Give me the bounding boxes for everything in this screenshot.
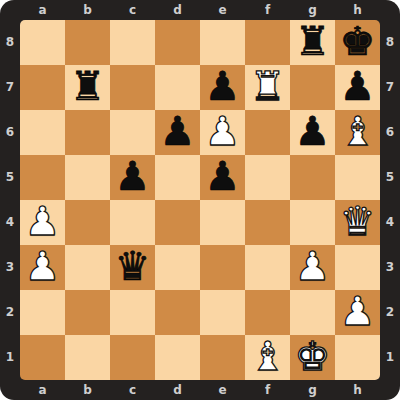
- square-f3[interactable]: [245, 245, 290, 290]
- coordinate-label: 6: [0, 110, 20, 155]
- coordinate-label: d: [155, 380, 200, 400]
- coordinate-label: 1: [380, 335, 400, 380]
- square-f6[interactable]: [245, 110, 290, 155]
- square-d5[interactable]: [155, 155, 200, 200]
- square-h3[interactable]: [335, 245, 380, 290]
- chess-board[interactable]: ♜♚♜♟♜♟♟♟♟♝♟♟♟♛♟♛♟♟♝♚: [20, 20, 380, 380]
- square-g4[interactable]: [290, 200, 335, 245]
- piece-white-pawn[interactable]: ♟: [25, 246, 61, 286]
- square-d2[interactable]: [155, 290, 200, 335]
- square-c1[interactable]: [110, 335, 155, 380]
- square-f5[interactable]: [245, 155, 290, 200]
- square-b8[interactable]: [65, 20, 110, 65]
- square-b5[interactable]: [65, 155, 110, 200]
- piece-white-pawn[interactable]: ♟: [205, 111, 241, 151]
- square-c3[interactable]: ♛: [110, 245, 155, 290]
- coordinate-label: 2: [0, 290, 20, 335]
- coordinate-label: 6: [380, 110, 400, 155]
- square-a8[interactable]: [20, 20, 65, 65]
- square-c6[interactable]: [110, 110, 155, 155]
- square-e1[interactable]: [200, 335, 245, 380]
- square-f1[interactable]: ♝: [245, 335, 290, 380]
- piece-black-pawn[interactable]: ♟: [295, 111, 331, 151]
- square-e8[interactable]: [200, 20, 245, 65]
- square-c5[interactable]: ♟: [110, 155, 155, 200]
- square-d6[interactable]: ♟: [155, 110, 200, 155]
- rank-labels-right: 87654321: [380, 20, 400, 380]
- coordinate-label: g: [290, 0, 335, 20]
- piece-white-bishop[interactable]: ♝: [340, 111, 376, 151]
- coordinate-label: 8: [0, 20, 20, 65]
- square-h2[interactable]: ♟: [335, 290, 380, 335]
- coordinate-label: g: [290, 380, 335, 400]
- coordinate-label: b: [65, 380, 110, 400]
- coordinate-label: 4: [0, 200, 20, 245]
- square-g1[interactable]: ♚: [290, 335, 335, 380]
- square-b3[interactable]: [65, 245, 110, 290]
- file-labels-bottom: abcdefgh: [20, 380, 380, 400]
- piece-white-king[interactable]: ♚: [295, 336, 331, 376]
- square-d7[interactable]: [155, 65, 200, 110]
- square-a2[interactable]: [20, 290, 65, 335]
- coordinate-label: e: [200, 0, 245, 20]
- piece-black-king[interactable]: ♚: [340, 21, 376, 61]
- square-g2[interactable]: [290, 290, 335, 335]
- square-h4[interactable]: ♛: [335, 200, 380, 245]
- square-d8[interactable]: [155, 20, 200, 65]
- coordinate-label: f: [245, 0, 290, 20]
- square-c4[interactable]: [110, 200, 155, 245]
- piece-white-pawn[interactable]: ♟: [340, 291, 376, 331]
- square-c8[interactable]: [110, 20, 155, 65]
- square-b4[interactable]: [65, 200, 110, 245]
- piece-black-pawn[interactable]: ♟: [115, 156, 151, 196]
- coordinate-label: 7: [380, 65, 400, 110]
- square-a1[interactable]: [20, 335, 65, 380]
- square-e2[interactable]: [200, 290, 245, 335]
- piece-black-pawn[interactable]: ♟: [205, 156, 241, 196]
- square-g8[interactable]: ♜: [290, 20, 335, 65]
- square-a4[interactable]: ♟: [20, 200, 65, 245]
- square-g7[interactable]: [290, 65, 335, 110]
- square-e4[interactable]: [200, 200, 245, 245]
- square-a5[interactable]: [20, 155, 65, 200]
- coordinate-label: f: [245, 380, 290, 400]
- square-h6[interactable]: ♝: [335, 110, 380, 155]
- coordinate-label: h: [335, 0, 380, 20]
- square-e5[interactable]: ♟: [200, 155, 245, 200]
- coordinate-label: b: [65, 0, 110, 20]
- square-f2[interactable]: [245, 290, 290, 335]
- square-e7[interactable]: ♟: [200, 65, 245, 110]
- file-labels-top: abcdefgh: [20, 0, 380, 20]
- square-b2[interactable]: [65, 290, 110, 335]
- piece-white-pawn[interactable]: ♟: [25, 201, 61, 241]
- square-h7[interactable]: ♟: [335, 65, 380, 110]
- coordinate-label: h: [335, 380, 380, 400]
- coordinate-label: 1: [0, 335, 20, 380]
- piece-white-bishop[interactable]: ♝: [250, 336, 286, 376]
- coordinate-label: 3: [380, 245, 400, 290]
- rank-labels-left: 87654321: [0, 20, 20, 380]
- coordinate-label: 5: [380, 155, 400, 200]
- piece-white-rook[interactable]: ♜: [250, 66, 286, 106]
- coordinate-label: c: [110, 380, 155, 400]
- chess-board-frame: abcdefgh abcdefgh 87654321 87654321 ♜♚♜♟…: [0, 0, 400, 400]
- piece-black-pawn[interactable]: ♟: [340, 66, 376, 106]
- coordinate-label: d: [155, 0, 200, 20]
- coordinate-label: c: [110, 0, 155, 20]
- coordinate-label: a: [20, 0, 65, 20]
- square-c7[interactable]: [110, 65, 155, 110]
- square-a6[interactable]: [20, 110, 65, 155]
- square-f7[interactable]: ♜: [245, 65, 290, 110]
- coordinate-label: 7: [0, 65, 20, 110]
- square-g5[interactable]: [290, 155, 335, 200]
- coordinate-label: 2: [380, 290, 400, 335]
- square-f4[interactable]: [245, 200, 290, 245]
- coordinate-label: e: [200, 380, 245, 400]
- square-f8[interactable]: [245, 20, 290, 65]
- square-b1[interactable]: [65, 335, 110, 380]
- square-h1[interactable]: [335, 335, 380, 380]
- square-c2[interactable]: [110, 290, 155, 335]
- square-g3[interactable]: ♟: [290, 245, 335, 290]
- square-e6[interactable]: ♟: [200, 110, 245, 155]
- piece-black-queen[interactable]: ♛: [115, 246, 151, 286]
- piece-white-queen[interactable]: ♛: [340, 201, 376, 241]
- coordinate-label: 5: [0, 155, 20, 200]
- square-d1[interactable]: [155, 335, 200, 380]
- coordinate-label: 3: [0, 245, 20, 290]
- square-d3[interactable]: [155, 245, 200, 290]
- square-d4[interactable]: [155, 200, 200, 245]
- square-b6[interactable]: [65, 110, 110, 155]
- square-b7[interactable]: ♜: [65, 65, 110, 110]
- square-g6[interactable]: ♟: [290, 110, 335, 155]
- piece-black-rook[interactable]: ♜: [295, 21, 331, 61]
- piece-black-pawn[interactable]: ♟: [205, 66, 241, 106]
- square-e3[interactable]: [200, 245, 245, 290]
- square-h5[interactable]: [335, 155, 380, 200]
- coordinate-label: a: [20, 380, 65, 400]
- piece-black-rook[interactable]: ♜: [70, 66, 106, 106]
- piece-white-pawn[interactable]: ♟: [295, 246, 331, 286]
- square-a7[interactable]: [20, 65, 65, 110]
- piece-black-pawn[interactable]: ♟: [160, 111, 196, 151]
- coordinate-label: 4: [380, 200, 400, 245]
- square-h8[interactable]: ♚: [335, 20, 380, 65]
- coordinate-label: 8: [380, 20, 400, 65]
- square-a3[interactable]: ♟: [20, 245, 65, 290]
